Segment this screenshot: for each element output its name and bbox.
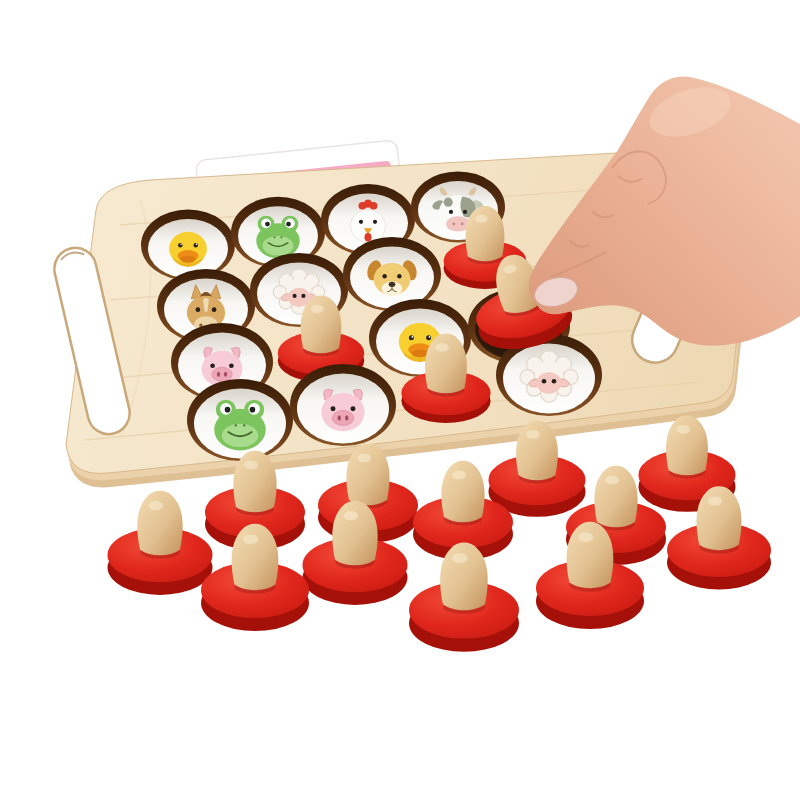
peg-knob (594, 466, 637, 528)
scene-svg (0, 0, 800, 800)
peg-knob (332, 501, 377, 566)
peg-knob (666, 416, 708, 476)
peg-knob (696, 486, 741, 550)
peg-knob (233, 451, 276, 513)
cell-r4c2-pig[interactable] (290, 364, 396, 446)
cell-r1c1-duck[interactable] (141, 210, 235, 281)
peg-knob (425, 334, 467, 394)
peg-knob (232, 524, 279, 590)
peg-knob (516, 421, 558, 481)
peg-knob (567, 522, 614, 588)
loose-peg-12[interactable] (409, 543, 519, 652)
pig-icon (321, 389, 364, 431)
peg-knob (346, 444, 389, 506)
peg-knob (301, 295, 342, 353)
peg-knob (137, 491, 182, 556)
peg-knob (441, 461, 484, 523)
loose-peg-8[interactable] (108, 491, 213, 595)
photo-stage (0, 0, 800, 800)
peg-knob (466, 206, 505, 261)
cell-r4c1-frog[interactable] (187, 379, 293, 461)
peg-knob (440, 543, 488, 611)
sheep-icon (520, 351, 578, 403)
